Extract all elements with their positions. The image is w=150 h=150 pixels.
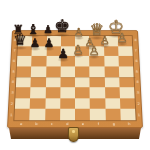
rank-label-left-3: 3 <box>9 88 14 99</box>
rank-label-left-1: 1 <box>8 110 14 121</box>
file-label-g: g <box>106 121 122 127</box>
piece-white-pawn-e8: ♙ <box>74 27 84 38</box>
square-e2 <box>75 98 90 109</box>
rank-label-right-4: 4 <box>135 77 140 88</box>
square-a2 <box>15 98 30 109</box>
square-g5 <box>104 66 119 76</box>
square-a1 <box>14 109 30 120</box>
rank-label-right-8: 8 <box>133 35 138 45</box>
square-c4 <box>45 77 60 88</box>
square-g4 <box>104 77 119 88</box>
file-label-c: c <box>44 121 60 127</box>
piece-white-pawn-h7: ♙ <box>117 32 128 44</box>
piece-white-pawn-f6: ♙ <box>89 45 100 57</box>
piece-black-pawn-b7: ♟ <box>30 37 41 49</box>
square-g3 <box>105 87 120 98</box>
square-b3 <box>30 87 45 98</box>
square-e3 <box>75 87 90 98</box>
square-d5 <box>60 66 75 76</box>
rank-label-left-2: 2 <box>9 99 14 110</box>
square-a4 <box>16 77 31 88</box>
square-c1 <box>45 109 60 120</box>
square-d2 <box>60 98 75 109</box>
photo-background: abcdefgh 87654321 87654321 ♜♝♟♚♛♟♟♟♙♕♔♙♙… <box>0 0 150 150</box>
square-h7 <box>118 46 133 56</box>
square-g6 <box>104 56 119 66</box>
square-c5 <box>46 66 61 76</box>
clasp-pin-icon <box>72 130 75 133</box>
square-a6 <box>17 56 32 66</box>
rank-label-left-6: 6 <box>11 56 16 66</box>
square-g1 <box>105 109 120 120</box>
square-f2 <box>90 98 105 109</box>
square-e1 <box>75 109 90 120</box>
file-label-f: f <box>90 121 106 127</box>
piece-black-queen-a7: ♛ <box>13 33 26 48</box>
piece-black-pawn-d6: ♟ <box>57 47 69 60</box>
square-a5 <box>16 66 31 76</box>
square-f3 <box>90 87 105 98</box>
rank-label-left-5: 5 <box>11 66 16 77</box>
square-h2 <box>120 98 135 109</box>
piece-white-pawn-e6: ♙ <box>73 44 84 56</box>
rank-label-right-5: 5 <box>134 66 139 77</box>
square-b1 <box>30 109 45 120</box>
square-b6 <box>31 56 46 66</box>
brass-clasp <box>68 127 79 142</box>
piece-black-king-d8: ♚ <box>54 17 70 35</box>
piece-black-bishop-b8: ♝ <box>27 22 40 36</box>
board-fold-seam <box>14 77 135 78</box>
file-label-b: b <box>29 121 45 127</box>
square-c2 <box>45 98 60 109</box>
rank-label-right-7: 7 <box>133 45 138 55</box>
square-b2 <box>30 98 45 109</box>
rank-label-right-3: 3 <box>135 88 140 99</box>
rank-label-left-4: 4 <box>10 77 15 88</box>
rank-label-right-6: 6 <box>134 56 139 66</box>
square-e5 <box>75 66 90 76</box>
square-c3 <box>45 87 60 98</box>
square-d3 <box>60 87 75 98</box>
piece-white-pawn-g7: ♙ <box>100 35 110 46</box>
file-label-a: a <box>13 121 29 127</box>
square-d4 <box>60 77 75 88</box>
square-d1 <box>60 109 75 120</box>
square-b5 <box>31 66 46 76</box>
square-b4 <box>31 77 46 88</box>
square-f5 <box>90 66 105 76</box>
square-h1 <box>120 109 136 120</box>
square-h4 <box>119 77 134 88</box>
square-g2 <box>105 98 120 109</box>
file-label-h: h <box>121 121 137 127</box>
square-h6 <box>118 56 133 66</box>
piece-black-pawn-c8: ♟ <box>43 24 53 35</box>
square-f4 <box>90 77 105 88</box>
square-a3 <box>15 87 30 98</box>
rank-label-right-1: 1 <box>136 110 142 121</box>
square-h5 <box>119 66 134 76</box>
rank-label-right-2: 2 <box>136 99 141 110</box>
square-h3 <box>119 87 134 98</box>
square-f1 <box>90 109 105 120</box>
piece-black-pawn-c7: ♟ <box>44 37 55 49</box>
square-e4 <box>75 77 90 88</box>
